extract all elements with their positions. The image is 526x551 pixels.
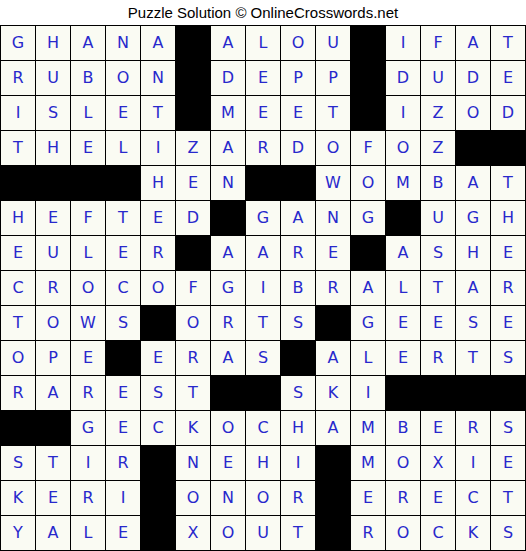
grid-cell: A xyxy=(71,26,105,60)
grid-cell: A xyxy=(281,201,315,235)
grid-cell: E xyxy=(141,201,175,235)
grid-cell: N xyxy=(141,61,175,95)
grid-cell: O xyxy=(386,131,420,165)
grid-cell: O xyxy=(176,306,210,340)
grid-cell: Z xyxy=(176,131,210,165)
grid-cell: R xyxy=(141,236,175,270)
grid-cell: A xyxy=(36,516,70,550)
grid-cell: C xyxy=(246,411,280,445)
grid-cell: F xyxy=(71,201,105,235)
black-cell xyxy=(36,411,70,445)
black-cell xyxy=(36,166,70,200)
grid-cell: I xyxy=(71,446,105,480)
grid-cell: S xyxy=(491,341,525,375)
puzzle-solution-page: Puzzle Solution © OnlineCrosswords.net G… xyxy=(0,0,526,551)
grid-cell: E xyxy=(316,236,350,270)
black-cell xyxy=(106,166,140,200)
grid-cell: K xyxy=(316,376,350,410)
page-title: Puzzle Solution © OnlineCrosswords.net xyxy=(0,0,526,25)
black-cell xyxy=(71,166,105,200)
grid-cell: X xyxy=(176,516,210,550)
black-cell xyxy=(176,96,210,130)
grid-cell: E xyxy=(36,481,70,515)
grid-cell: M xyxy=(386,166,420,200)
grid-cell: O xyxy=(246,481,280,515)
grid-cell: F xyxy=(351,131,385,165)
grid-cell: O xyxy=(176,481,210,515)
grid-cell: O xyxy=(71,271,105,305)
grid-cell: A xyxy=(211,26,245,60)
black-cell xyxy=(1,411,35,445)
grid-cell: O xyxy=(456,96,490,130)
grid-cell: K xyxy=(1,481,35,515)
grid-cell: C xyxy=(141,411,175,445)
grid-cell: C xyxy=(106,271,140,305)
grid-cell: S xyxy=(491,516,525,550)
black-cell xyxy=(176,61,210,95)
grid-cell: U xyxy=(421,201,455,235)
grid-cell: O xyxy=(141,271,175,305)
grid-cell: B xyxy=(71,61,105,95)
grid-cell: M xyxy=(351,446,385,480)
grid-cell: E xyxy=(421,481,455,515)
grid-cell: S xyxy=(36,96,70,130)
grid-cell: L xyxy=(246,26,280,60)
grid-cell: X xyxy=(421,446,455,480)
grid-cell: H xyxy=(1,201,35,235)
grid-cell: H xyxy=(491,201,525,235)
black-cell xyxy=(491,376,525,410)
grid-cell: E xyxy=(106,236,140,270)
grid-cell: U xyxy=(421,61,455,95)
black-cell xyxy=(316,306,350,340)
grid-cell: B xyxy=(421,166,455,200)
grid-cell: R xyxy=(491,271,525,305)
grid-cell: E xyxy=(491,446,525,480)
grid-cell: R xyxy=(281,481,315,515)
grid-cell: M xyxy=(351,411,385,445)
black-cell xyxy=(316,481,350,515)
grid-cell: I xyxy=(351,376,385,410)
grid-cell: E xyxy=(106,96,140,130)
black-cell xyxy=(1,166,35,200)
grid-cell: G xyxy=(1,26,35,60)
grid-cell: N xyxy=(176,446,210,480)
grid-cell: L xyxy=(71,516,105,550)
grid-cell: G xyxy=(351,201,385,235)
grid-cell: S xyxy=(491,411,525,445)
black-cell xyxy=(281,341,315,375)
black-cell xyxy=(491,131,525,165)
grid-cell: H xyxy=(281,411,315,445)
grid-cell: U xyxy=(36,61,70,95)
grid-cell: O xyxy=(386,446,420,480)
grid-cell: A xyxy=(386,236,420,270)
grid-cell: O xyxy=(386,516,420,550)
grid-cell: R xyxy=(316,271,350,305)
grid-cell: O xyxy=(351,166,385,200)
grid-cell: E xyxy=(36,201,70,235)
grid-cell: Z xyxy=(421,131,455,165)
grid-cell: A xyxy=(456,166,490,200)
grid-cell: I xyxy=(281,446,315,480)
grid-cell: T xyxy=(316,96,350,130)
grid-cell: W xyxy=(71,306,105,340)
grid-cell: O xyxy=(281,26,315,60)
black-cell xyxy=(456,376,490,410)
black-cell xyxy=(386,376,420,410)
black-cell xyxy=(141,516,175,550)
grid-cell: E xyxy=(421,306,455,340)
grid-cell: G xyxy=(351,306,385,340)
grid-cell: A xyxy=(36,376,70,410)
grid-cell: O xyxy=(211,516,245,550)
grid-cell: O xyxy=(36,306,70,340)
black-cell xyxy=(106,341,140,375)
grid-cell: E xyxy=(71,131,105,165)
grid-cell: B xyxy=(386,411,420,445)
grid-cell: T xyxy=(36,446,70,480)
grid-cell: R xyxy=(386,481,420,515)
grid-cell: T xyxy=(141,96,175,130)
grid-cell: A xyxy=(211,131,245,165)
grid-cell: B xyxy=(281,271,315,305)
grid-cell: S xyxy=(281,376,315,410)
grid-cell: R xyxy=(1,61,35,95)
grid-cell: R xyxy=(71,481,105,515)
grid-cell: R xyxy=(211,306,245,340)
grid-cell: Y xyxy=(1,516,35,550)
grid-cell: D xyxy=(211,61,245,95)
grid-cell: A xyxy=(211,236,245,270)
grid-cell: D xyxy=(386,61,420,95)
grid-cell: D xyxy=(456,61,490,95)
black-cell xyxy=(351,236,385,270)
grid-cell: E xyxy=(386,341,420,375)
grid-cell: H xyxy=(456,236,490,270)
grid-cell: L xyxy=(386,271,420,305)
grid-cell: E xyxy=(246,96,280,130)
grid-cell: T xyxy=(491,166,525,200)
grid-cell: U xyxy=(246,516,280,550)
black-cell xyxy=(386,201,420,235)
grid-cell: C xyxy=(456,481,490,515)
grid-cell: R xyxy=(1,376,35,410)
black-cell xyxy=(351,96,385,130)
grid-cell: S xyxy=(106,306,140,340)
black-cell xyxy=(246,166,280,200)
grid-cell: Z xyxy=(421,96,455,130)
grid-cell: W xyxy=(316,166,350,200)
grid-cell: O xyxy=(211,411,245,445)
grid-cell: T xyxy=(491,26,525,60)
grid-cell: E xyxy=(281,96,315,130)
grid-cell: T xyxy=(1,131,35,165)
grid-cell: I xyxy=(1,96,35,130)
black-cell xyxy=(246,376,280,410)
grid-cell: P xyxy=(36,341,70,375)
grid-cell: G xyxy=(71,411,105,445)
grid-cell: G xyxy=(246,201,280,235)
grid-cell: R xyxy=(421,341,455,375)
black-cell xyxy=(141,446,175,480)
black-cell xyxy=(211,201,245,235)
grid-cell: H xyxy=(141,166,175,200)
grid-cell: S xyxy=(246,341,280,375)
grid-cell: E xyxy=(106,376,140,410)
grid-cell: K xyxy=(176,411,210,445)
grid-cell: F xyxy=(421,26,455,60)
grid-cell: P xyxy=(316,61,350,95)
grid-cell: L xyxy=(71,96,105,130)
black-cell xyxy=(176,236,210,270)
grid-cell: C xyxy=(1,271,35,305)
black-cell xyxy=(351,61,385,95)
black-cell xyxy=(456,131,490,165)
grid-cell: E xyxy=(421,411,455,445)
grid-cell: E xyxy=(386,306,420,340)
grid-cell: N xyxy=(316,201,350,235)
grid-cell: I xyxy=(456,446,490,480)
grid-cell: T xyxy=(281,516,315,550)
grid-cell: S xyxy=(281,306,315,340)
grid-cell: H xyxy=(36,26,70,60)
black-cell xyxy=(281,166,315,200)
grid-cell: L xyxy=(106,131,140,165)
grid-cell: E xyxy=(491,236,525,270)
grid-cell: O xyxy=(106,61,140,95)
grid-cell: A xyxy=(141,26,175,60)
grid-cell: M xyxy=(211,96,245,130)
grid-cell: E xyxy=(141,341,175,375)
grid-cell: T xyxy=(246,306,280,340)
black-cell xyxy=(421,376,455,410)
black-cell xyxy=(316,516,350,550)
grid-cell: D xyxy=(281,131,315,165)
grid-cell: T xyxy=(106,201,140,235)
grid-cell: E xyxy=(246,61,280,95)
grid-cell: N xyxy=(211,166,245,200)
grid-cell: N xyxy=(106,26,140,60)
grid-cell: E xyxy=(1,236,35,270)
grid-cell: R xyxy=(176,341,210,375)
grid-cell: S xyxy=(456,306,490,340)
grid-cell: R xyxy=(281,236,315,270)
grid-cell: T xyxy=(176,376,210,410)
grid-cell: R xyxy=(36,271,70,305)
black-cell xyxy=(141,306,175,340)
grid-cell: R xyxy=(246,131,280,165)
grid-cell: H xyxy=(246,446,280,480)
grid-cell: O xyxy=(316,131,350,165)
grid-cell: A xyxy=(456,271,490,305)
grid-cell: A xyxy=(316,411,350,445)
grid-cell: G xyxy=(211,271,245,305)
grid-cell: I xyxy=(246,271,280,305)
grid-cell: E xyxy=(351,481,385,515)
grid-cell: G xyxy=(456,201,490,235)
grid-cell: T xyxy=(421,271,455,305)
grid-cell: K xyxy=(456,516,490,550)
grid-cell: E xyxy=(71,341,105,375)
black-cell xyxy=(176,26,210,60)
grid-cell: A xyxy=(351,271,385,305)
grid-cell: H xyxy=(36,131,70,165)
grid-cell: C xyxy=(421,516,455,550)
grid-cell: D xyxy=(176,201,210,235)
grid-cell: L xyxy=(351,341,385,375)
black-cell xyxy=(351,26,385,60)
grid-cell: I xyxy=(141,131,175,165)
grid-cell: R xyxy=(456,411,490,445)
grid-cell: T xyxy=(456,341,490,375)
grid-cell: A xyxy=(246,236,280,270)
grid-cell: T xyxy=(1,306,35,340)
grid-cell: E xyxy=(106,411,140,445)
grid-cell: E xyxy=(176,166,210,200)
grid-cell: F xyxy=(176,271,210,305)
grid-cell: R xyxy=(351,516,385,550)
grid-cell: A xyxy=(456,26,490,60)
grid-cell: E xyxy=(106,516,140,550)
grid-cell: I xyxy=(386,96,420,130)
crossword-grid: GHANAALOUIFATRUBONDEPPDUDEISLETMEETIZODT… xyxy=(0,25,526,551)
grid-cell: D xyxy=(491,96,525,130)
grid-cell: A xyxy=(316,341,350,375)
grid-cell: T xyxy=(491,481,525,515)
grid-cell: S xyxy=(141,376,175,410)
grid-cell: N xyxy=(211,481,245,515)
grid-cell: E xyxy=(491,306,525,340)
grid-cell: S xyxy=(421,236,455,270)
grid-cell: E xyxy=(211,446,245,480)
grid-cell: L xyxy=(71,236,105,270)
grid-cell: U xyxy=(36,236,70,270)
grid-cell: I xyxy=(386,26,420,60)
grid-cell: I xyxy=(106,481,140,515)
grid-cell: R xyxy=(71,376,105,410)
black-cell xyxy=(316,446,350,480)
grid-cell: U xyxy=(316,26,350,60)
grid-cell: O xyxy=(1,341,35,375)
grid-cell: E xyxy=(491,61,525,95)
black-cell xyxy=(141,481,175,515)
grid-cell: S xyxy=(1,446,35,480)
grid-cell: A xyxy=(211,341,245,375)
grid-cell: R xyxy=(106,446,140,480)
grid-cell: P xyxy=(281,61,315,95)
black-cell xyxy=(211,376,245,410)
